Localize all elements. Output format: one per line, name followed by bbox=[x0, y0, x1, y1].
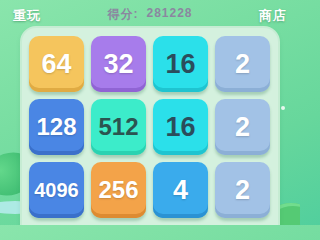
game-board[interactable]: 6432162128512162409625642 bbox=[22, 28, 278, 225]
tile-value: 128 bbox=[36, 113, 76, 141]
tile-value: 512 bbox=[98, 113, 138, 141]
tile-value: 16 bbox=[165, 112, 195, 143]
tile-512: 512 bbox=[91, 99, 146, 155]
tile-value: 64 bbox=[41, 49, 71, 80]
tile-value: 2 bbox=[235, 112, 250, 143]
tile-value: 32 bbox=[103, 49, 133, 80]
score-display: 得分: 281228 bbox=[107, 6, 192, 23]
tile-value: 256 bbox=[98, 176, 138, 204]
tile-256: 256 bbox=[91, 162, 146, 218]
tile-128: 128 bbox=[29, 99, 84, 155]
tile-2: 2 bbox=[215, 162, 270, 218]
tile-value: 2 bbox=[235, 175, 250, 206]
tile-grid: 6432162128512162409625642 bbox=[22, 28, 278, 218]
game-screen: { "game": "2048", "position": { "rows_vi… bbox=[0, 0, 300, 225]
score-value: 281228 bbox=[146, 6, 192, 20]
score-label: 得分: bbox=[107, 6, 138, 23]
tile-16: 16 bbox=[153, 36, 208, 92]
tile-16: 16 bbox=[153, 99, 208, 155]
tile-value: 2 bbox=[235, 49, 250, 80]
bubble-decoration bbox=[281, 106, 285, 110]
tile-value: 4 bbox=[173, 175, 188, 206]
tile-value: 16 bbox=[165, 49, 195, 80]
top-bar: 重玩 得分: 281228 商店 bbox=[0, 0, 300, 28]
tile-32: 32 bbox=[91, 36, 146, 92]
tile-2: 2 bbox=[215, 36, 270, 92]
replay-button[interactable]: 重玩 bbox=[13, 7, 41, 25]
tile-64: 64 bbox=[29, 36, 84, 92]
tile-4: 4 bbox=[153, 162, 208, 218]
tile-value: 4096 bbox=[34, 179, 79, 202]
shop-button[interactable]: 商店 bbox=[259, 7, 287, 25]
tile-2: 2 bbox=[215, 99, 270, 155]
tile-4096: 4096 bbox=[29, 162, 84, 218]
